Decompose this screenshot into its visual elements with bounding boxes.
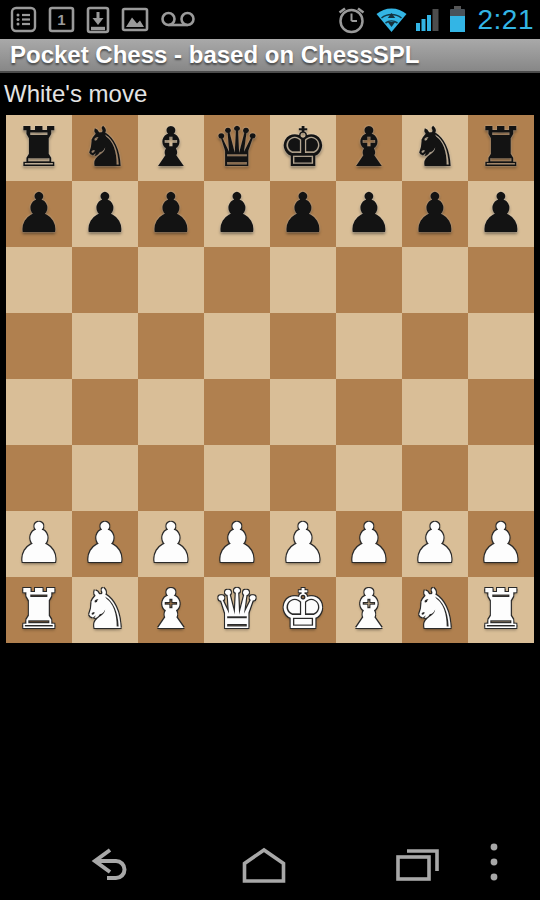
white-pawn[interactable]: ♟ [138, 511, 204, 577]
square-g3[interactable] [402, 445, 468, 511]
white-rook[interactable]: ♜ [468, 577, 534, 643]
square-a1[interactable]: ♜ [6, 577, 72, 643]
square-e4[interactable] [270, 379, 336, 445]
square-a3[interactable] [6, 445, 72, 511]
square-h5[interactable] [468, 313, 534, 379]
move-status-bar: White's move [0, 73, 540, 115]
black-pawn[interactable]: ♟ [204, 181, 270, 247]
calendar-day-1-icon: 1 [48, 6, 75, 33]
white-pawn[interactable]: ♟ [204, 511, 270, 577]
square-a4[interactable] [6, 379, 72, 445]
white-pawn[interactable]: ♟ [468, 511, 534, 577]
square-h2[interactable]: ♟ [468, 511, 534, 577]
black-pawn[interactable]: ♟ [468, 181, 534, 247]
battery-icon [449, 6, 466, 33]
square-f7[interactable]: ♟ [336, 181, 402, 247]
square-g8[interactable]: ♞ [402, 115, 468, 181]
home-button[interactable] [240, 846, 288, 884]
recents-button[interactable] [394, 846, 442, 884]
screenshot-icon [121, 6, 149, 33]
square-b4[interactable] [72, 379, 138, 445]
svg-text:1: 1 [57, 11, 65, 28]
status-bar[interactable]: 1 [0, 0, 540, 39]
square-h4[interactable] [468, 379, 534, 445]
square-c5[interactable] [138, 313, 204, 379]
wifi-icon [375, 6, 408, 33]
square-a2[interactable]: ♟ [6, 511, 72, 577]
square-g7[interactable]: ♟ [402, 181, 468, 247]
black-pawn[interactable]: ♟ [336, 181, 402, 247]
turn-indicator-text: White's move [4, 80, 147, 108]
square-b8[interactable]: ♞ [72, 115, 138, 181]
square-f1[interactable]: ♝ [336, 577, 402, 643]
square-a8[interactable]: ♜ [6, 115, 72, 181]
square-h7[interactable]: ♟ [468, 181, 534, 247]
status-clock: 2:21 [478, 0, 535, 39]
square-d1[interactable]: ♛ [204, 577, 270, 643]
square-c2[interactable]: ♟ [138, 511, 204, 577]
square-e2[interactable]: ♟ [270, 511, 336, 577]
white-pawn[interactable]: ♟ [72, 511, 138, 577]
white-pawn[interactable]: ♟ [6, 511, 72, 577]
square-c6[interactable] [138, 247, 204, 313]
square-f6[interactable] [336, 247, 402, 313]
app-title: Pocket Chess - based on ChessSPL [10, 41, 419, 69]
square-e8[interactable]: ♚ [270, 115, 336, 181]
black-knight[interactable]: ♞ [72, 115, 138, 181]
black-bishop[interactable]: ♝ [336, 115, 402, 181]
square-b6[interactable] [72, 247, 138, 313]
white-knight[interactable]: ♞ [72, 577, 138, 643]
square-b1[interactable]: ♞ [72, 577, 138, 643]
alarm-icon [336, 4, 367, 35]
square-f5[interactable] [336, 313, 402, 379]
square-f4[interactable] [336, 379, 402, 445]
voicemail-icon [160, 8, 196, 32]
white-rook[interactable]: ♜ [6, 577, 72, 643]
square-e5[interactable] [270, 313, 336, 379]
square-c8[interactable]: ♝ [138, 115, 204, 181]
notification-list-icon [10, 6, 37, 33]
square-e3[interactable] [270, 445, 336, 511]
chess-board[interactable]: ♜♞♝♛♚♝♞♜♟♟♟♟♟♟♟♟♟♟♟♟♟♟♟♟♜♞♝♛♚♝♞♜ [6, 115, 534, 643]
black-pawn[interactable]: ♟ [6, 181, 72, 247]
status-bar-notifications: 1 [10, 6, 336, 34]
square-e7[interactable]: ♟ [270, 181, 336, 247]
square-g4[interactable] [402, 379, 468, 445]
square-b3[interactable] [72, 445, 138, 511]
square-g1[interactable]: ♞ [402, 577, 468, 643]
black-pawn[interactable]: ♟ [270, 181, 336, 247]
overflow-menu-button[interactable] [489, 841, 499, 887]
square-f3[interactable] [336, 445, 402, 511]
white-bishop[interactable]: ♝ [336, 577, 402, 643]
status-bar-indicators: 2:21 [336, 0, 535, 39]
square-h1[interactable]: ♜ [468, 577, 534, 643]
black-pawn[interactable]: ♟ [72, 181, 138, 247]
black-queen[interactable]: ♛ [204, 115, 270, 181]
square-f2[interactable]: ♟ [336, 511, 402, 577]
white-knight[interactable]: ♞ [402, 577, 468, 643]
square-g5[interactable] [402, 313, 468, 379]
white-queen[interactable]: ♛ [204, 577, 270, 643]
square-c1[interactable]: ♝ [138, 577, 204, 643]
black-pawn[interactable]: ♟ [402, 181, 468, 247]
white-pawn[interactable]: ♟ [270, 511, 336, 577]
black-rook[interactable]: ♜ [468, 115, 534, 181]
square-b5[interactable] [72, 313, 138, 379]
square-e6[interactable] [270, 247, 336, 313]
white-pawn[interactable]: ♟ [402, 511, 468, 577]
black-king[interactable]: ♚ [270, 115, 336, 181]
square-h3[interactable] [468, 445, 534, 511]
square-g2[interactable]: ♟ [402, 511, 468, 577]
square-b2[interactable]: ♟ [72, 511, 138, 577]
square-d8[interactable]: ♛ [204, 115, 270, 181]
square-h8[interactable]: ♜ [468, 115, 534, 181]
back-button[interactable] [86, 846, 132, 884]
square-d7[interactable]: ♟ [204, 181, 270, 247]
square-h6[interactable] [468, 247, 534, 313]
square-e1[interactable]: ♚ [270, 577, 336, 643]
square-a6[interactable] [6, 247, 72, 313]
black-knight[interactable]: ♞ [402, 115, 468, 181]
square-d2[interactable]: ♟ [204, 511, 270, 577]
square-g6[interactable] [402, 247, 468, 313]
square-d5[interactable] [204, 313, 270, 379]
title-bar: Pocket Chess - based on ChessSPL [0, 39, 540, 73]
white-king[interactable]: ♚ [270, 577, 336, 643]
square-d3[interactable] [204, 445, 270, 511]
square-c7[interactable]: ♟ [138, 181, 204, 247]
white-bishop[interactable]: ♝ [138, 577, 204, 643]
square-b7[interactable]: ♟ [72, 181, 138, 247]
navigation-bar [0, 828, 540, 900]
white-pawn[interactable]: ♟ [336, 511, 402, 577]
signal-icon [416, 7, 441, 32]
black-bishop[interactable]: ♝ [138, 115, 204, 181]
square-c3[interactable] [138, 445, 204, 511]
square-f8[interactable]: ♝ [336, 115, 402, 181]
square-d6[interactable] [204, 247, 270, 313]
square-d4[interactable] [204, 379, 270, 445]
square-a7[interactable]: ♟ [6, 181, 72, 247]
square-c4[interactable] [138, 379, 204, 445]
black-pawn[interactable]: ♟ [138, 181, 204, 247]
square-a5[interactable] [6, 313, 72, 379]
black-rook[interactable]: ♜ [6, 115, 72, 181]
download-icon [86, 6, 110, 34]
